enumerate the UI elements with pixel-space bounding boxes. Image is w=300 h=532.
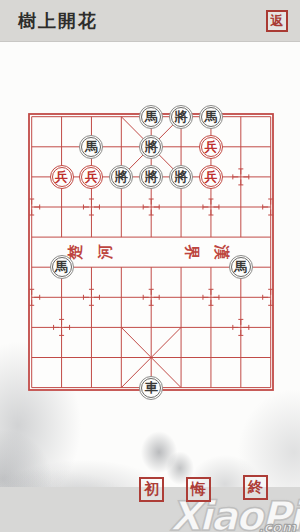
piece-black-general[interactable]: 將 [169, 165, 193, 189]
undo-button[interactable]: 悔 [186, 477, 211, 502]
piece-red-soldier[interactable]: 兵 [199, 165, 223, 189]
piece-red-soldier[interactable]: 兵 [199, 135, 223, 159]
app-screen: 樹上開花 返 楚河界漢 馬將馬馬將兵兵兵將將將兵馬馬車 初悔終 XiaoPi .… [0, 0, 300, 532]
piece-black-horse[interactable]: 馬 [139, 105, 163, 129]
piece-black-horse[interactable]: 馬 [229, 255, 253, 279]
piece-black-chariot[interactable]: 車 [139, 376, 163, 400]
piece-black-general[interactable]: 將 [169, 105, 193, 129]
initial-button[interactable]: 初 [139, 477, 164, 502]
piece-black-general[interactable]: 將 [139, 165, 163, 189]
page-title: 樹上開花 [18, 9, 98, 33]
piece-black-general[interactable]: 將 [139, 135, 163, 159]
piece-black-horse[interactable]: 馬 [50, 255, 74, 279]
piece-black-horse[interactable]: 馬 [199, 105, 223, 129]
back-button[interactable]: 返 [266, 10, 288, 32]
final-button[interactable]: 終 [243, 475, 268, 500]
piece-red-soldier[interactable]: 兵 [50, 165, 74, 189]
header-bar: 樹上開花 返 [0, 0, 300, 42]
